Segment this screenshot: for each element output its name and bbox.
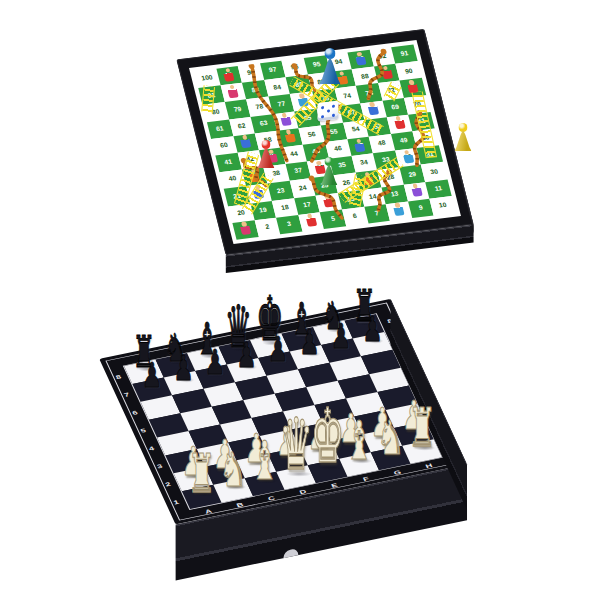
ludo-pawn-yellow	[455, 123, 472, 151]
yellow-pawn-ball	[459, 123, 468, 132]
snakes-ladders-box-frame: 1009998979695949392918182838485868788899…	[176, 29, 473, 255]
box-finger-notch	[283, 548, 298, 558]
yellow-pawn-cone	[455, 130, 472, 151]
sl-square-10: 10	[430, 196, 456, 216]
file-label-C: C	[267, 495, 276, 502]
snakes-ladders-grid: 1009998979695949392918182838485868788899…	[194, 44, 456, 239]
file-label-B: B	[235, 502, 244, 509]
file-label-A: A	[204, 508, 213, 515]
file-label-F: F	[362, 476, 370, 483]
snakes-ladders-board-sheet: 1009998979695949392918182838485868788899…	[189, 40, 461, 244]
file-label-D: D	[298, 489, 307, 496]
